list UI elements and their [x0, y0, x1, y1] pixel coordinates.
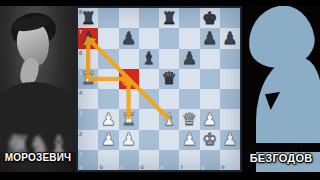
- piece-white-bishop-e3: ♝: [159, 109, 179, 129]
- square-d5: [139, 69, 159, 89]
- square-d8: [139, 8, 159, 28]
- square-d3: [139, 109, 159, 129]
- square-e1: e: [159, 150, 179, 170]
- square-h2: ♟: [220, 130, 240, 150]
- square-h1: h: [220, 150, 240, 170]
- file-label-d: d: [140, 164, 143, 170]
- square-f4: [179, 89, 199, 109]
- square-e7: [159, 28, 179, 48]
- square-a4: 4: [78, 89, 98, 109]
- chess-board: 8♜♜♚7♟♟♟♟6♝♟5♜♛43♟♜♝♛♟2♟♟♟♚♟1abcdefgh: [76, 6, 242, 172]
- player-photo-morozevich: ♗ ♜♞♝: [0, 6, 76, 172]
- square-c1: c: [119, 150, 139, 170]
- piece-white-pawn-b2: ♟: [98, 130, 118, 150]
- file-label-g: g: [201, 164, 204, 170]
- square-b5: [98, 69, 118, 89]
- piece-white-pawn-c2: ♟: [119, 130, 139, 150]
- piece-white-pawn-h2: ♟: [220, 130, 240, 150]
- player-name-left: МОРОЗЕВИЧ: [0, 150, 76, 166]
- square-e5: ♛: [159, 69, 179, 89]
- piece-black-queen-e5: ♛: [159, 69, 179, 89]
- square-b7: [98, 28, 118, 48]
- square-g7: ♟: [200, 28, 220, 48]
- square-c6: [119, 49, 139, 69]
- rank-label-2: 2: [79, 131, 82, 137]
- square-e8: ♜: [159, 8, 179, 28]
- square-e6: [159, 49, 179, 69]
- video-thumbnail: ♗ ♜♞♝ 8♜♜♚7♟♟♟♟6♝♟5♜♛43♟♜♝♛♟2♟♟♟♚♟1abcde…: [0, 0, 320, 180]
- piece-white-rook-c3: ♜: [119, 109, 139, 129]
- square-c7: ♟: [119, 28, 139, 48]
- square-b4: [98, 89, 118, 109]
- square-a7: 7♟: [78, 28, 98, 48]
- square-d4: [139, 89, 159, 109]
- square-g5: [200, 69, 220, 89]
- square-c5: [119, 69, 139, 89]
- square-e4: [159, 89, 179, 109]
- square-c4: [119, 89, 139, 109]
- square-a6: 6: [78, 49, 98, 69]
- rank-label-1: 1: [79, 151, 82, 157]
- square-d7: [139, 28, 159, 48]
- square-c3: ♜: [119, 109, 139, 129]
- piece-white-queen-f3: ♛: [179, 109, 199, 129]
- piece-white-pawn-f2: ♟: [179, 130, 199, 150]
- square-h8: [220, 8, 240, 28]
- file-label-f: f: [181, 164, 183, 170]
- square-a5: 5♜: [78, 69, 98, 89]
- square-h5: [220, 69, 240, 89]
- square-h6: [220, 49, 240, 69]
- square-g4: [200, 89, 220, 109]
- square-g6: [200, 49, 220, 69]
- file-label-c: c: [120, 164, 123, 170]
- player-name-right: БЕЗГОДОВ: [244, 150, 318, 166]
- rank-label-4: 4: [79, 90, 82, 96]
- square-c8: [119, 8, 139, 28]
- square-f8: [179, 8, 199, 28]
- square-b3: ♟: [98, 109, 118, 129]
- square-e3: ♝: [159, 109, 179, 129]
- square-b8: [98, 8, 118, 28]
- square-e2: [159, 130, 179, 150]
- square-f6: ♟: [179, 49, 199, 69]
- square-f1: f: [179, 150, 199, 170]
- piece-black-bishop-d6: ♝: [139, 49, 159, 69]
- square-f7: [179, 28, 199, 48]
- square-a3: 3: [78, 109, 98, 129]
- square-b1: b: [98, 150, 118, 170]
- square-d6: ♝: [139, 49, 159, 69]
- piece-black-pawn-c7: ♟: [119, 28, 139, 48]
- square-f5: [179, 69, 199, 89]
- piece-black-rook-a8: ♜: [78, 8, 98, 28]
- square-a1: 1a: [78, 150, 98, 170]
- square-d1: d: [139, 150, 159, 170]
- rank-label-6: 6: [79, 50, 82, 56]
- file-label-e: e: [161, 164, 164, 170]
- square-a8: 8♜: [78, 8, 98, 28]
- square-c2: ♟: [119, 130, 139, 150]
- piece-white-pawn-b3: ♟: [98, 109, 118, 129]
- piece-black-pawn-f6: ♟: [179, 49, 199, 69]
- square-g1: g: [200, 150, 220, 170]
- file-label-a: a: [80, 164, 83, 170]
- rank-label-3: 3: [79, 110, 82, 116]
- square-b2: ♟: [98, 130, 118, 150]
- square-f2: ♟: [179, 130, 199, 150]
- piece-black-pawn-h7: ♟: [220, 28, 240, 48]
- square-g2: ♚: [200, 130, 220, 150]
- square-a2: 2: [78, 130, 98, 150]
- bottom-bar: [0, 172, 320, 180]
- piece-black-rook-e8: ♜: [159, 8, 179, 28]
- piece-black-pawn-g7: ♟: [200, 28, 220, 48]
- square-d2: [139, 130, 159, 150]
- square-b6: [98, 49, 118, 69]
- piece-black-king-g8: ♚: [200, 8, 220, 28]
- piece-white-king-g2: ♚: [200, 130, 220, 150]
- file-label-h: h: [221, 164, 224, 170]
- square-h3: [220, 109, 240, 129]
- square-h4: [220, 89, 240, 109]
- piece-white-pawn-g3: ♟: [200, 109, 220, 129]
- file-label-b: b: [100, 164, 103, 170]
- square-h7: ♟: [220, 28, 240, 48]
- piece-black-pawn-a7: ♟: [78, 28, 98, 48]
- square-f3: ♛: [179, 109, 199, 129]
- piece-white-rook-a5: ♜: [78, 69, 98, 89]
- square-g3: ♟: [200, 109, 220, 129]
- player-silhouette-bezgodov: [242, 6, 320, 172]
- chess-board-grid: 8♜♜♚7♟♟♟♟6♝♟5♜♛43♟♜♝♛♟2♟♟♟♚♟1abcdefgh: [78, 8, 240, 170]
- square-g8: ♚: [200, 8, 220, 28]
